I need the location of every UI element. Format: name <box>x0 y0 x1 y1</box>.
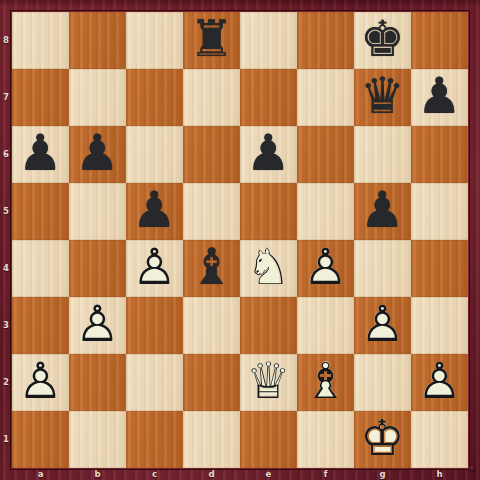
black-rook-piece[interactable]: ♜ <box>183 12 240 69</box>
square-h5[interactable] <box>411 183 468 240</box>
square-d4[interactable]: ♝ <box>183 240 240 297</box>
square-g6[interactable] <box>354 126 411 183</box>
rank-label-2: 2 <box>0 354 12 411</box>
square-b7[interactable] <box>69 69 126 126</box>
square-f2[interactable]: ♝♗ <box>297 354 354 411</box>
white-bishop-outline-icon: ♗ <box>297 354 354 411</box>
frame-corner-dot <box>469 465 476 472</box>
square-a4[interactable] <box>12 240 69 297</box>
square-g2[interactable] <box>354 354 411 411</box>
square-h8[interactable] <box>411 12 468 69</box>
square-d1[interactable] <box>183 411 240 468</box>
square-h2[interactable]: ♟♙ <box>411 354 468 411</box>
black-pawn-icon: ♟ <box>126 183 183 240</box>
square-d3[interactable] <box>183 297 240 354</box>
square-d7[interactable] <box>183 69 240 126</box>
square-e1[interactable] <box>240 411 297 468</box>
file-label-d: d <box>183 468 240 480</box>
black-pawn-icon: ♟ <box>12 126 69 183</box>
black-pawn-piece[interactable]: ♟ <box>12 126 69 183</box>
rank-label-5: 5 <box>0 183 12 240</box>
square-c8[interactable] <box>126 12 183 69</box>
black-pawn-icon: ♟ <box>411 69 468 126</box>
chess-board: ♜♚♛♟♟♟♟♟♟♟♙♝♞♘♟♙♟♙♟♙♟♙♛♕♝♗♟♙♚♔ <box>12 12 468 468</box>
file-label-a: a <box>12 468 69 480</box>
square-b2[interactable] <box>69 354 126 411</box>
square-f8[interactable] <box>297 12 354 69</box>
black-pawn-piece[interactable]: ♟ <box>240 126 297 183</box>
black-king-icon: ♚ <box>354 12 411 69</box>
square-a7[interactable] <box>12 69 69 126</box>
file-label-g: g <box>354 468 411 480</box>
square-g5[interactable]: ♟ <box>354 183 411 240</box>
square-d2[interactable] <box>183 354 240 411</box>
square-e3[interactable] <box>240 297 297 354</box>
file-label-h: h <box>411 468 468 480</box>
black-bishop-icon: ♝ <box>183 240 240 297</box>
black-queen-piece[interactable]: ♛ <box>354 69 411 126</box>
white-pawn-outline-icon: ♙ <box>354 297 411 354</box>
white-pawn-piece[interactable]: ♟♙ <box>12 354 69 411</box>
white-bishop-piece[interactable]: ♝♗ <box>297 354 354 411</box>
square-h3[interactable] <box>411 297 468 354</box>
square-g7[interactable]: ♛ <box>354 69 411 126</box>
square-a1[interactable] <box>12 411 69 468</box>
white-queen-piece[interactable]: ♛♕ <box>240 354 297 411</box>
square-b5[interactable] <box>69 183 126 240</box>
file-label-e: e <box>240 468 297 480</box>
file-label-f: f <box>297 468 354 480</box>
square-c1[interactable] <box>126 411 183 468</box>
white-knight-outline-icon: ♘ <box>240 240 297 297</box>
file-label-c: c <box>126 468 183 480</box>
square-f6[interactable] <box>297 126 354 183</box>
square-c6[interactable] <box>126 126 183 183</box>
black-bishop-piece[interactable]: ♝ <box>183 240 240 297</box>
square-c3[interactable] <box>126 297 183 354</box>
black-king-piece[interactable]: ♚ <box>354 12 411 69</box>
black-rook-icon: ♜ <box>183 12 240 69</box>
square-e8[interactable] <box>240 12 297 69</box>
square-a8[interactable] <box>12 12 69 69</box>
square-e7[interactable] <box>240 69 297 126</box>
black-queen-icon: ♛ <box>354 69 411 126</box>
square-f1[interactable] <box>297 411 354 468</box>
square-d6[interactable] <box>183 126 240 183</box>
square-e6[interactable]: ♟ <box>240 126 297 183</box>
white-pawn-outline-icon: ♙ <box>12 354 69 411</box>
white-knight-piece[interactable]: ♞♘ <box>240 240 297 297</box>
black-pawn-piece[interactable]: ♟ <box>126 183 183 240</box>
white-king-piece[interactable]: ♚♔ <box>354 411 411 468</box>
rank-label-7: 7 <box>0 69 12 126</box>
square-f3[interactable] <box>297 297 354 354</box>
rank-label-8: 8 <box>0 12 12 69</box>
square-e4[interactable]: ♞♘ <box>240 240 297 297</box>
square-h1[interactable] <box>411 411 468 468</box>
square-h4[interactable] <box>411 240 468 297</box>
rank-label-6: 6 <box>0 126 12 183</box>
square-c4[interactable]: ♟♙ <box>126 240 183 297</box>
black-pawn-icon: ♟ <box>354 183 411 240</box>
white-pawn-outline-icon: ♙ <box>411 354 468 411</box>
square-a2[interactable]: ♟♙ <box>12 354 69 411</box>
square-e2[interactable]: ♛♕ <box>240 354 297 411</box>
chess-board-frame: ♜♚♛♟♟♟♟♟♟♟♙♝♞♘♟♙♟♙♟♙♟♙♛♕♝♗♟♙♚♔ 87654321a… <box>0 0 480 480</box>
white-pawn-outline-icon: ♙ <box>297 240 354 297</box>
square-c2[interactable] <box>126 354 183 411</box>
rank-label-4: 4 <box>0 240 12 297</box>
file-label-b: b <box>69 468 126 480</box>
square-e5[interactable] <box>240 183 297 240</box>
white-pawn-piece[interactable]: ♟♙ <box>69 297 126 354</box>
square-g3[interactable]: ♟♙ <box>354 297 411 354</box>
white-pawn-outline-icon: ♙ <box>69 297 126 354</box>
rank-label-3: 3 <box>0 297 12 354</box>
square-b6[interactable]: ♟ <box>69 126 126 183</box>
square-d5[interactable] <box>183 183 240 240</box>
white-pawn-piece[interactable]: ♟♙ <box>354 297 411 354</box>
square-b4[interactable] <box>69 240 126 297</box>
white-queen-outline-icon: ♕ <box>240 354 297 411</box>
square-f7[interactable] <box>297 69 354 126</box>
square-h7[interactable]: ♟ <box>411 69 468 126</box>
rank-label-1: 1 <box>0 411 12 468</box>
square-c7[interactable] <box>126 69 183 126</box>
white-pawn-piece[interactable]: ♟♙ <box>411 354 468 411</box>
black-pawn-piece[interactable]: ♟ <box>411 69 468 126</box>
white-pawn-outline-icon: ♙ <box>126 240 183 297</box>
square-b1[interactable] <box>69 411 126 468</box>
white-pawn-piece[interactable]: ♟♙ <box>297 240 354 297</box>
square-b8[interactable] <box>69 12 126 69</box>
square-a6[interactable]: ♟ <box>12 126 69 183</box>
black-pawn-piece[interactable]: ♟ <box>69 126 126 183</box>
square-g4[interactable] <box>354 240 411 297</box>
white-pawn-piece[interactable]: ♟♙ <box>126 240 183 297</box>
square-f4[interactable]: ♟♙ <box>297 240 354 297</box>
square-f5[interactable] <box>297 183 354 240</box>
square-g8[interactable]: ♚ <box>354 12 411 69</box>
black-pawn-icon: ♟ <box>240 126 297 183</box>
black-pawn-piece[interactable]: ♟ <box>354 183 411 240</box>
square-c5[interactable]: ♟ <box>126 183 183 240</box>
black-pawn-icon: ♟ <box>69 126 126 183</box>
square-b3[interactable]: ♟♙ <box>69 297 126 354</box>
square-a5[interactable] <box>12 183 69 240</box>
white-king-outline-icon: ♔ <box>354 411 411 468</box>
square-h6[interactable] <box>411 126 468 183</box>
square-g1[interactable]: ♚♔ <box>354 411 411 468</box>
square-d8[interactable]: ♜ <box>183 12 240 69</box>
square-a3[interactable] <box>12 297 69 354</box>
